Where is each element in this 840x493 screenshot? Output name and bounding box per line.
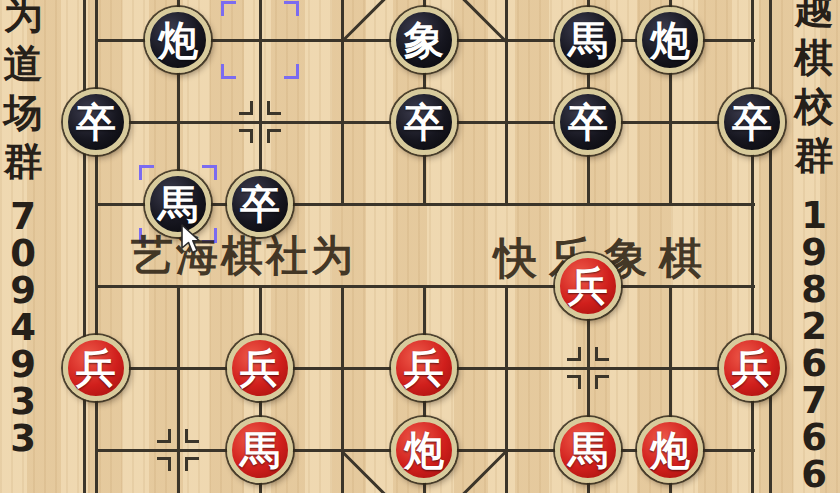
point-marker-corner bbox=[157, 457, 171, 471]
grid-vline bbox=[177, 285, 180, 493]
piece-black-soldier[interactable]: 卒 bbox=[391, 89, 457, 155]
board-border-line bbox=[769, 0, 772, 493]
grid-vline bbox=[751, 0, 754, 493]
banner-digit: 3 bbox=[10, 420, 36, 457]
bracket-corner bbox=[221, 64, 236, 79]
river-watermark-left: 艺海棋社为 bbox=[131, 228, 356, 284]
piece-black-soldier[interactable]: 卒 bbox=[555, 89, 621, 155]
piece-glyph: 象 bbox=[404, 20, 444, 60]
piece-glyph: 卒 bbox=[732, 102, 772, 142]
point-marker-corner bbox=[267, 129, 281, 143]
bracket-corner bbox=[202, 165, 217, 180]
grid-vline bbox=[341, 285, 344, 493]
piece-red-soldier[interactable]: 兵 bbox=[719, 335, 785, 401]
piece-red-soldier[interactable]: 兵 bbox=[63, 335, 129, 401]
piece-glyph: 兵 bbox=[240, 348, 280, 388]
palace-diagonal bbox=[463, 0, 508, 43]
piece-black-elephant[interactable]: 象 bbox=[391, 7, 457, 73]
banner-digit: 2 bbox=[801, 308, 827, 345]
piece-glyph: 卒 bbox=[76, 102, 116, 142]
piece-red-cannon[interactable]: 炮 bbox=[391, 417, 457, 483]
bracket-corner bbox=[139, 165, 154, 180]
piece-red-horse[interactable]: 馬 bbox=[555, 417, 621, 483]
piece-glyph: 兵 bbox=[568, 266, 608, 306]
grid-vline bbox=[341, 0, 344, 206]
grid-vline bbox=[95, 0, 98, 493]
piece-glyph: 馬 bbox=[568, 430, 608, 470]
banner-digit: 0 bbox=[10, 235, 36, 272]
point-marker-corner bbox=[595, 347, 609, 361]
banner-digit: 4 bbox=[10, 309, 36, 346]
piece-red-horse[interactable]: 馬 bbox=[227, 417, 293, 483]
banner-char: 道 bbox=[4, 39, 43, 88]
point-marker-corner bbox=[157, 429, 171, 443]
piece-glyph: 兵 bbox=[76, 348, 116, 388]
banner-char: 校 bbox=[795, 82, 834, 131]
palace-diagonal bbox=[341, 0, 386, 43]
grid-vline bbox=[505, 0, 508, 206]
point-marker-corner bbox=[239, 129, 253, 143]
piece-black-soldier[interactable]: 卒 bbox=[719, 89, 785, 155]
piece-glyph: 炮 bbox=[650, 20, 690, 60]
banner-digit: 3 bbox=[10, 383, 36, 420]
xiangqi-board[interactable]: 艺海棋社为 快乐象棋 炮象馬炮卒卒卒卒馬卒兵兵兵兵兵馬炮馬炮 为道场群 7094… bbox=[0, 0, 840, 493]
piece-glyph: 兵 bbox=[404, 348, 444, 388]
banner-char: 为 bbox=[4, 0, 43, 39]
piece-red-cannon[interactable]: 炮 bbox=[637, 417, 703, 483]
piece-glyph: 馬 bbox=[568, 20, 608, 60]
piece-red-soldier[interactable]: 兵 bbox=[555, 253, 621, 319]
banner-digit: 6 bbox=[801, 345, 827, 382]
banner-digit: 1 bbox=[801, 197, 827, 234]
piece-glyph: 炮 bbox=[650, 430, 690, 470]
point-marker-corner bbox=[185, 457, 199, 471]
point-marker-corner bbox=[567, 347, 581, 361]
mouse-cursor-icon bbox=[180, 224, 206, 256]
piece-glyph: 兵 bbox=[732, 348, 772, 388]
point-marker-corner bbox=[185, 429, 199, 443]
bracket-corner bbox=[284, 1, 299, 16]
piece-red-soldier[interactable]: 兵 bbox=[227, 335, 293, 401]
piece-black-horse[interactable]: 馬 bbox=[555, 7, 621, 73]
bracket-corner bbox=[284, 64, 299, 79]
piece-red-soldier[interactable]: 兵 bbox=[391, 335, 457, 401]
bracket-corner bbox=[221, 1, 236, 16]
piece-glyph: 馬 bbox=[240, 430, 280, 470]
piece-black-soldier[interactable]: 卒 bbox=[63, 89, 129, 155]
left-banner-group-id: 为道场群 7094933 bbox=[2, 0, 44, 457]
piece-black-cannon[interactable]: 炮 bbox=[145, 7, 211, 73]
banner-digit: 9 bbox=[10, 272, 36, 309]
point-marker-corner bbox=[595, 375, 609, 389]
grid-vline bbox=[505, 285, 508, 493]
piece-glyph: 馬 bbox=[158, 184, 198, 224]
banner-digit: 9 bbox=[10, 346, 36, 383]
board-border-line bbox=[83, 0, 86, 493]
last-move-from-bracket bbox=[221, 1, 299, 79]
piece-black-soldier[interactable]: 卒 bbox=[227, 171, 293, 237]
banner-char: 棋 bbox=[795, 33, 834, 82]
piece-glyph: 卒 bbox=[240, 184, 280, 224]
banner-digit: 6 bbox=[801, 456, 827, 493]
right-banner-group-id: 越棋校群 198267666 bbox=[792, 0, 836, 493]
banner-char: 场 bbox=[4, 88, 43, 137]
point-marker-corner bbox=[567, 375, 581, 389]
piece-black-cannon[interactable]: 炮 bbox=[637, 7, 703, 73]
banner-digit: 7 bbox=[801, 382, 827, 419]
banner-digit: 8 bbox=[801, 271, 827, 308]
banner-char: 群 bbox=[4, 137, 43, 186]
point-marker-corner bbox=[267, 101, 281, 115]
point-marker-corner bbox=[239, 101, 253, 115]
piece-glyph: 卒 bbox=[568, 102, 608, 142]
piece-glyph: 卒 bbox=[404, 102, 444, 142]
palace-diagonal bbox=[341, 450, 386, 493]
banner-char: 群 bbox=[795, 131, 834, 180]
palace-diagonal bbox=[462, 450, 507, 493]
banner-digit: 7 bbox=[10, 198, 36, 235]
banner-digit: 9 bbox=[801, 234, 827, 271]
piece-glyph: 炮 bbox=[158, 20, 198, 60]
piece-glyph: 炮 bbox=[404, 430, 444, 470]
banner-digit: 6 bbox=[801, 419, 827, 456]
banner-char: 越 bbox=[795, 0, 834, 33]
